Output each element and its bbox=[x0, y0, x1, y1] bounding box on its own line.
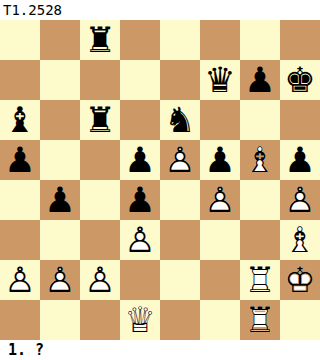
white-rook[interactable]: ♜♖ bbox=[240, 260, 280, 300]
square-h1[interactable] bbox=[280, 300, 320, 340]
piece-outline: ♖ bbox=[240, 260, 280, 300]
black-king[interactable]: ♚ bbox=[280, 60, 320, 100]
square-g8[interactable] bbox=[240, 20, 280, 60]
square-d6[interactable] bbox=[120, 100, 160, 140]
square-d3[interactable]: ♟♙ bbox=[120, 220, 160, 260]
puzzle-id: T1.2528 bbox=[0, 0, 320, 20]
square-e7[interactable] bbox=[160, 60, 200, 100]
white-king[interactable]: ♚♔ bbox=[280, 260, 320, 300]
piece-outline: ♙ bbox=[80, 260, 120, 300]
chess-board: ♜♛♟♚♝♜♞♟♟♟♙♟♝♗♟♟♟♟♙♟♙♟♙♝♗♟♙♟♙♟♙♜♖♚♔♛♕♜♖ bbox=[0, 20, 320, 340]
white-pawn[interactable]: ♟♙ bbox=[120, 220, 160, 260]
square-c6[interactable]: ♜ bbox=[80, 100, 120, 140]
square-h8[interactable] bbox=[280, 20, 320, 60]
white-rook[interactable]: ♜♖ bbox=[240, 300, 280, 340]
piece-outline: ♙ bbox=[200, 180, 240, 220]
square-c7[interactable] bbox=[80, 60, 120, 100]
piece-outline: ♔ bbox=[280, 260, 320, 300]
white-bishop[interactable]: ♝♗ bbox=[240, 140, 280, 180]
black-pawn[interactable]: ♟ bbox=[40, 180, 80, 220]
square-h4[interactable]: ♟♙ bbox=[280, 180, 320, 220]
black-pawn[interactable]: ♟ bbox=[120, 180, 160, 220]
square-c4[interactable] bbox=[80, 180, 120, 220]
square-a7[interactable] bbox=[0, 60, 40, 100]
black-knight[interactable]: ♞ bbox=[160, 100, 200, 140]
square-d4[interactable]: ♟ bbox=[120, 180, 160, 220]
black-bishop[interactable]: ♝ bbox=[0, 100, 40, 140]
white-queen[interactable]: ♛♕ bbox=[120, 300, 160, 340]
piece-outline: ♙ bbox=[160, 140, 200, 180]
square-h3[interactable]: ♝♗ bbox=[280, 220, 320, 260]
square-e5[interactable]: ♟♙ bbox=[160, 140, 200, 180]
move-prompt: 1. ? bbox=[0, 340, 320, 360]
white-pawn[interactable]: ♟♙ bbox=[160, 140, 200, 180]
square-d5[interactable]: ♟ bbox=[120, 140, 160, 180]
square-g6[interactable] bbox=[240, 100, 280, 140]
black-pawn[interactable]: ♟ bbox=[200, 140, 240, 180]
black-queen[interactable]: ♛ bbox=[200, 60, 240, 100]
piece-outline: ♙ bbox=[120, 220, 160, 260]
square-c3[interactable] bbox=[80, 220, 120, 260]
piece-outline: ♙ bbox=[0, 260, 40, 300]
white-pawn[interactable]: ♟♙ bbox=[280, 180, 320, 220]
square-b3[interactable] bbox=[40, 220, 80, 260]
square-b7[interactable] bbox=[40, 60, 80, 100]
black-rook[interactable]: ♜ bbox=[80, 100, 120, 140]
square-e1[interactable] bbox=[160, 300, 200, 340]
square-b1[interactable] bbox=[40, 300, 80, 340]
square-e4[interactable] bbox=[160, 180, 200, 220]
square-d2[interactable] bbox=[120, 260, 160, 300]
square-c1[interactable] bbox=[80, 300, 120, 340]
square-f6[interactable] bbox=[200, 100, 240, 140]
square-e6[interactable]: ♞ bbox=[160, 100, 200, 140]
square-g5[interactable]: ♝♗ bbox=[240, 140, 280, 180]
square-f7[interactable]: ♛ bbox=[200, 60, 240, 100]
square-a1[interactable] bbox=[0, 300, 40, 340]
square-g3[interactable] bbox=[240, 220, 280, 260]
square-f8[interactable] bbox=[200, 20, 240, 60]
square-f1[interactable] bbox=[200, 300, 240, 340]
square-c5[interactable] bbox=[80, 140, 120, 180]
square-b6[interactable] bbox=[40, 100, 80, 140]
square-a2[interactable]: ♟♙ bbox=[0, 260, 40, 300]
square-h7[interactable]: ♚ bbox=[280, 60, 320, 100]
square-a8[interactable] bbox=[0, 20, 40, 60]
white-pawn[interactable]: ♟♙ bbox=[40, 260, 80, 300]
square-a6[interactable]: ♝ bbox=[0, 100, 40, 140]
square-b8[interactable] bbox=[40, 20, 80, 60]
square-h5[interactable]: ♟ bbox=[280, 140, 320, 180]
black-rook[interactable]: ♜ bbox=[80, 20, 120, 60]
square-g2[interactable]: ♜♖ bbox=[240, 260, 280, 300]
black-pawn[interactable]: ♟ bbox=[0, 140, 40, 180]
white-bishop[interactable]: ♝♗ bbox=[280, 220, 320, 260]
piece-outline: ♙ bbox=[40, 260, 80, 300]
square-b4[interactable]: ♟ bbox=[40, 180, 80, 220]
piece-outline: ♙ bbox=[280, 180, 320, 220]
black-pawn[interactable]: ♟ bbox=[280, 140, 320, 180]
square-f5[interactable]: ♟ bbox=[200, 140, 240, 180]
square-g4[interactable] bbox=[240, 180, 280, 220]
square-b2[interactable]: ♟♙ bbox=[40, 260, 80, 300]
black-pawn[interactable]: ♟ bbox=[120, 140, 160, 180]
square-c8[interactable]: ♜ bbox=[80, 20, 120, 60]
piece-outline: ♗ bbox=[240, 140, 280, 180]
piece-outline: ♕ bbox=[120, 300, 160, 340]
piece-outline: ♖ bbox=[240, 300, 280, 340]
white-pawn[interactable]: ♟♙ bbox=[0, 260, 40, 300]
square-g7[interactable]: ♟ bbox=[240, 60, 280, 100]
square-f4[interactable]: ♟♙ bbox=[200, 180, 240, 220]
square-e2[interactable] bbox=[160, 260, 200, 300]
square-a5[interactable]: ♟ bbox=[0, 140, 40, 180]
white-pawn[interactable]: ♟♙ bbox=[80, 260, 120, 300]
square-f2[interactable] bbox=[200, 260, 240, 300]
square-h6[interactable] bbox=[280, 100, 320, 140]
square-d7[interactable] bbox=[120, 60, 160, 100]
square-d8[interactable] bbox=[120, 20, 160, 60]
white-pawn[interactable]: ♟♙ bbox=[200, 180, 240, 220]
square-h2[interactable]: ♚♔ bbox=[280, 260, 320, 300]
piece-outline: ♗ bbox=[280, 220, 320, 260]
black-pawn[interactable]: ♟ bbox=[240, 60, 280, 100]
square-g1[interactable]: ♜♖ bbox=[240, 300, 280, 340]
square-e3[interactable] bbox=[160, 220, 200, 260]
square-e8[interactable] bbox=[160, 20, 200, 60]
square-d1[interactable]: ♛♕ bbox=[120, 300, 160, 340]
square-b5[interactable] bbox=[40, 140, 80, 180]
square-c2[interactable]: ♟♙ bbox=[80, 260, 120, 300]
square-a3[interactable] bbox=[0, 220, 40, 260]
square-a4[interactable] bbox=[0, 180, 40, 220]
square-f3[interactable] bbox=[200, 220, 240, 260]
